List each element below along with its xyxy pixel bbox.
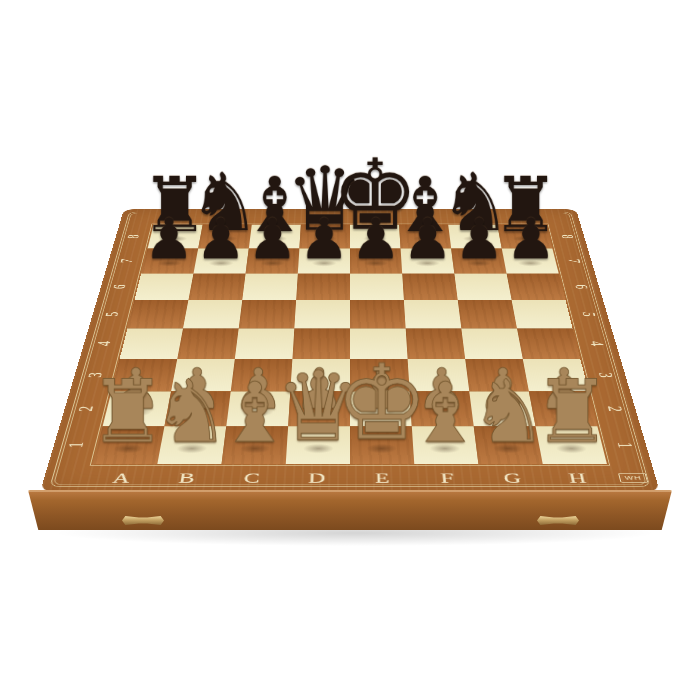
- chess-board: ♜♞♝♛♚♝♞♜♟♟♟♟♟♟♟♟♟♟♟♟♟♟♟♟♜♞♝♛♚♝♞♜ ABCDEFG…: [40, 209, 660, 492]
- photo-stage: ♜♞♝♛♚♝♞♜♟♟♟♟♟♟♟♟♟♟♟♟♟♟♟♟♜♞♝♛♚♝♞♜ ABCDEFG…: [0, 0, 700, 700]
- square-d7[interactable]: ♟: [298, 248, 350, 273]
- file-label-g: G: [478, 464, 548, 492]
- square-a4[interactable]: [120, 328, 183, 358]
- box-front-edge: [28, 490, 672, 530]
- square-g1[interactable]: ♞: [474, 426, 543, 464]
- board-squares-grid: ♜♞♝♛♚♝♞♜♟♟♟♟♟♟♟♟♟♟♟♟♟♟♟♟♜♞♝♛♚♝♞♜: [93, 225, 607, 464]
- rank-number: 6: [570, 284, 591, 288]
- brass-clasp-left: [122, 516, 164, 525]
- square-h7[interactable]: ♟: [502, 248, 559, 273]
- file-label-f: F: [414, 464, 482, 492]
- black-pawn-f7[interactable]: ♟: [402, 212, 453, 266]
- square-g6[interactable]: [454, 273, 511, 300]
- rank-number: 8: [557, 235, 577, 239]
- square-c1[interactable]: ♝: [222, 426, 289, 464]
- square-a6[interactable]: [135, 273, 194, 300]
- black-pawn-e7[interactable]: ♟: [351, 212, 402, 266]
- square-g4[interactable]: [461, 328, 522, 358]
- square-d6[interactable]: [296, 273, 350, 300]
- white-bishop-c1[interactable]: ♝: [218, 374, 292, 453]
- square-b1[interactable]: ♞: [157, 426, 226, 464]
- square-h6[interactable]: [507, 273, 566, 300]
- square-b6[interactable]: [188, 273, 245, 300]
- black-pawn-h7[interactable]: ♟: [506, 212, 557, 266]
- file-label-h: H: [543, 464, 614, 492]
- black-pawn-d7[interactable]: ♟: [299, 212, 350, 266]
- perspective-scene: ♜♞♝♛♚♝♞♜♟♟♟♟♟♟♟♟♟♟♟♟♟♟♟♟♜♞♝♛♚♝♞♜ ABCDEFG…: [0, 0, 700, 700]
- black-pawn-c7[interactable]: ♟: [247, 212, 298, 266]
- rank-number: 2: [74, 406, 99, 412]
- square-g7[interactable]: ♟: [451, 248, 506, 273]
- rank-label-right-4: 4: [573, 328, 621, 358]
- square-h1[interactable]: ♜: [536, 426, 607, 464]
- black-pawn-g7[interactable]: ♟: [454, 212, 505, 266]
- file-label-c: C: [218, 464, 286, 492]
- file-label-e: E: [350, 464, 416, 492]
- file-label-d: D: [284, 464, 350, 492]
- rank-number: 5: [577, 312, 599, 317]
- rank-label-right-6: 6: [559, 273, 603, 300]
- square-h4[interactable]: [517, 328, 580, 358]
- rank-label-left-6: 6: [97, 273, 141, 300]
- square-c7[interactable]: ♟: [246, 248, 300, 273]
- square-a7[interactable]: ♟: [141, 248, 198, 273]
- rank-number: 8: [123, 235, 143, 239]
- square-c6[interactable]: [242, 273, 298, 300]
- file-label-b: B: [152, 464, 222, 492]
- rank-number: 1: [611, 442, 637, 448]
- rank-number: 1: [63, 442, 89, 448]
- white-rook-h1[interactable]: ♜: [533, 370, 611, 452]
- rank-number: 3: [593, 372, 617, 377]
- brass-clasp-right: [537, 516, 579, 525]
- file-labels-row: ABCDEFGH: [86, 464, 614, 492]
- black-pawn-a7[interactable]: ♟: [144, 212, 195, 266]
- rank-number: 2: [602, 406, 627, 412]
- square-e7[interactable]: ♟: [350, 248, 402, 273]
- rank-number: 5: [101, 312, 123, 317]
- square-e6[interactable]: [350, 273, 404, 300]
- rank-number: 7: [116, 259, 137, 263]
- square-e1[interactable]: ♚: [350, 426, 414, 464]
- rank-number: 4: [92, 341, 115, 346]
- square-f7[interactable]: ♟: [401, 248, 455, 273]
- rank-label-left-7: 7: [105, 248, 148, 273]
- black-pawn-b7[interactable]: ♟: [195, 212, 246, 266]
- square-f6[interactable]: [402, 273, 458, 300]
- file-label-a: A: [86, 464, 157, 492]
- square-b7[interactable]: ♟: [193, 248, 248, 273]
- square-b4[interactable]: [177, 328, 238, 358]
- rank-label-right-7: 7: [552, 248, 595, 273]
- rank-number: 6: [109, 284, 130, 288]
- rank-number: 3: [83, 372, 107, 377]
- white-bishop-f1[interactable]: ♝: [408, 374, 482, 453]
- rank-number: 7: [563, 259, 584, 263]
- square-f1[interactable]: ♝: [412, 426, 479, 464]
- rank-number: 4: [585, 341, 608, 346]
